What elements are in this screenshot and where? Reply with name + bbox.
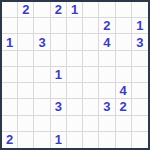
clue-cell-r6c8: 4 — [116, 83, 132, 99]
cell-r8c3[interactable] — [34, 116, 50, 132]
cell-r9c9[interactable] — [132, 132, 148, 148]
cell-r8c4[interactable] — [51, 116, 67, 132]
cell-r6c7[interactable] — [99, 83, 115, 99]
clue-cell-r3c1: 1 — [2, 34, 18, 50]
cell-r8c5[interactable] — [67, 116, 83, 132]
cell-r1c7[interactable] — [99, 2, 115, 18]
cell-r9c5[interactable] — [67, 132, 83, 148]
cell-r3c4[interactable] — [51, 34, 67, 50]
cell-r2c5[interactable] — [67, 18, 83, 34]
cell-r4c6[interactable] — [83, 51, 99, 67]
cell-r2c4[interactable] — [51, 18, 67, 34]
cell-r6c2[interactable] — [18, 83, 34, 99]
cell-r8c8[interactable] — [116, 116, 132, 132]
cell-r1c1[interactable] — [2, 2, 18, 18]
cell-r3c6[interactable] — [83, 34, 99, 50]
cell-r9c6[interactable] — [83, 132, 99, 148]
clue-cell-r1c4: 2 — [51, 2, 67, 18]
cell-r6c1[interactable] — [2, 83, 18, 99]
cell-r5c5[interactable] — [67, 67, 83, 83]
cell-r2c6[interactable] — [83, 18, 99, 34]
cell-r6c3[interactable] — [34, 83, 50, 99]
cell-r5c2[interactable] — [18, 67, 34, 83]
clue-cell-r3c3: 3 — [34, 34, 50, 50]
cell-r1c6[interactable] — [83, 2, 99, 18]
cell-r1c9[interactable] — [132, 2, 148, 18]
cell-r4c9[interactable] — [132, 51, 148, 67]
cell-r5c8[interactable] — [116, 67, 132, 83]
clue-cell-r1c2: 2 — [18, 2, 34, 18]
clue-cell-r9c4: 1 — [51, 132, 67, 148]
cell-r6c5[interactable] — [67, 83, 83, 99]
cell-r4c2[interactable] — [18, 51, 34, 67]
cell-r7c6[interactable] — [83, 99, 99, 115]
cell-r8c1[interactable] — [2, 116, 18, 132]
cell-r4c3[interactable] — [34, 51, 50, 67]
cell-r6c9[interactable] — [132, 83, 148, 99]
clue-cell-r7c8: 2 — [116, 99, 132, 115]
cell-r8c9[interactable] — [132, 116, 148, 132]
cell-r5c9[interactable] — [132, 67, 148, 83]
cell-r6c6[interactable] — [83, 83, 99, 99]
cell-r3c8[interactable] — [116, 34, 132, 50]
cell-r7c9[interactable] — [132, 99, 148, 115]
clue-cell-r2c7: 2 — [99, 18, 115, 34]
clue-cell-r1c5: 1 — [67, 2, 83, 18]
clue-cell-r9c1: 2 — [2, 132, 18, 148]
cell-r2c8[interactable] — [116, 18, 132, 34]
cell-r4c1[interactable] — [2, 51, 18, 67]
clue-cell-r2c9: 1 — [132, 18, 148, 34]
cell-r7c3[interactable] — [34, 99, 50, 115]
cell-r4c5[interactable] — [67, 51, 83, 67]
cell-r3c2[interactable] — [18, 34, 34, 50]
cell-r4c4[interactable] — [51, 51, 67, 67]
cell-r7c2[interactable] — [18, 99, 34, 115]
cell-r8c6[interactable] — [83, 116, 99, 132]
cell-r2c2[interactable] — [18, 18, 34, 34]
cell-r6c4[interactable] — [51, 83, 67, 99]
clue-cell-r7c7: 3 — [99, 99, 115, 115]
cell-r8c7[interactable] — [99, 116, 115, 132]
puzzle-board: 2212113431433221 — [0, 0, 150, 150]
cell-r8c2[interactable] — [18, 116, 34, 132]
cell-r9c7[interactable] — [99, 132, 115, 148]
cell-r5c7[interactable] — [99, 67, 115, 83]
cell-r1c8[interactable] — [116, 2, 132, 18]
clue-cell-r3c7: 4 — [99, 34, 115, 50]
cell-r9c8[interactable] — [116, 132, 132, 148]
cell-r1c3[interactable] — [34, 2, 50, 18]
cell-r3c5[interactable] — [67, 34, 83, 50]
cell-r4c8[interactable] — [116, 51, 132, 67]
clue-cell-r3c9: 3 — [132, 34, 148, 50]
clue-cell-r5c4: 1 — [51, 67, 67, 83]
cell-r5c6[interactable] — [83, 67, 99, 83]
cell-r9c3[interactable] — [34, 132, 50, 148]
clue-cell-r7c4: 3 — [51, 99, 67, 115]
cell-r7c1[interactable] — [2, 99, 18, 115]
cell-r2c1[interactable] — [2, 18, 18, 34]
cell-r2c3[interactable] — [34, 18, 50, 34]
cell-r9c2[interactable] — [18, 132, 34, 148]
cell-r5c1[interactable] — [2, 67, 18, 83]
cell-r5c3[interactable] — [34, 67, 50, 83]
cell-r7c5[interactable] — [67, 99, 83, 115]
cell-r4c7[interactable] — [99, 51, 115, 67]
